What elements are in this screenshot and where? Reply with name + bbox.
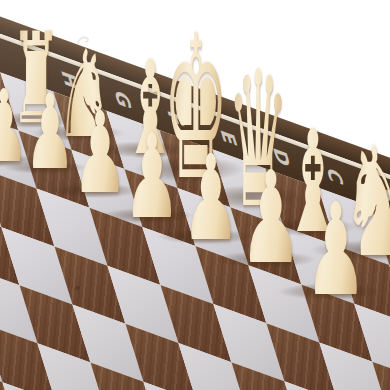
pawn-icon: ♟ <box>24 81 75 185</box>
pawn-icon: ♟ <box>182 139 240 257</box>
pawn-icon: ♟ <box>305 187 368 314</box>
chess-set-photo: HGFEDCBA ♜♞♝♚♛♝♞♟♟♟♟♟♟♟ <box>0 0 390 390</box>
pawn-icon: ♟ <box>72 97 128 210</box>
pawn-icon: ♟ <box>240 155 303 282</box>
pawn-icon: ♟ <box>123 119 180 235</box>
pieces-layer: ♜♞♝♚♛♝♞♟♟♟♟♟♟♟ <box>0 0 390 390</box>
